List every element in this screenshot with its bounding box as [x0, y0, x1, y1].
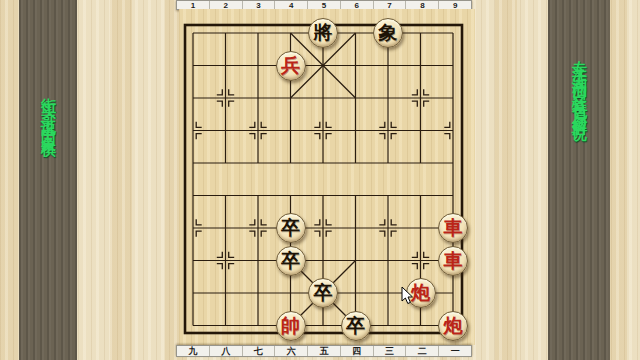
- black-piece-卒[interactable]: 卒: [308, 278, 338, 308]
- file-label: 9: [439, 1, 471, 9]
- rank-label: 八: [210, 346, 243, 356]
- red-piece-帥[interactable]: 帥: [276, 311, 306, 341]
- rank-label: 四: [341, 346, 374, 356]
- file-label: 2: [210, 1, 243, 9]
- file-label: 8: [406, 1, 439, 9]
- file-label: 1: [177, 1, 210, 9]
- video-frame: 街头一哥说中国象棋 专注于潮汕口音特色原创解说 123456789 將象兵卒車卒…: [0, 0, 640, 360]
- black-piece-將[interactable]: 將: [308, 18, 338, 48]
- mouse-cursor-icon: [401, 286, 414, 305]
- bottom-file-ruler: 九八七六五四三二一: [176, 345, 472, 357]
- rank-label: 九: [177, 346, 210, 356]
- black-piece-象[interactable]: 象: [373, 18, 403, 48]
- black-piece-卒[interactable]: 卒: [276, 213, 306, 243]
- black-piece-卒[interactable]: 卒: [341, 311, 371, 341]
- rank-label: 一: [439, 346, 471, 356]
- rank-label: 三: [374, 346, 407, 356]
- red-piece-炮[interactable]: 炮: [438, 311, 468, 341]
- rank-label: 二: [406, 346, 439, 356]
- left-banner-text: 街头一哥说中国象棋: [39, 86, 58, 360]
- file-label: 3: [243, 1, 276, 9]
- rank-label: 五: [308, 346, 341, 356]
- rank-label: 六: [275, 346, 308, 356]
- red-piece-車[interactable]: 車: [438, 213, 468, 243]
- left-banner: 街头一哥说中国象棋: [19, 0, 77, 360]
- file-label: 4: [275, 1, 308, 9]
- file-label: 5: [308, 1, 341, 9]
- black-piece-卒[interactable]: 卒: [276, 246, 306, 276]
- right-banner-text: 专注于潮汕口音特色原创解说: [570, 48, 589, 360]
- file-label: 7: [374, 1, 407, 9]
- red-piece-兵[interactable]: 兵: [276, 51, 306, 81]
- right-banner: 专注于潮汕口音特色原创解说: [548, 0, 610, 360]
- xiangqi-board[interactable]: 將象兵卒車卒車卒炮帥卒炮: [179, 9, 475, 345]
- file-label: 6: [341, 1, 374, 9]
- rank-label: 七: [243, 346, 276, 356]
- red-piece-車[interactable]: 車: [438, 246, 468, 276]
